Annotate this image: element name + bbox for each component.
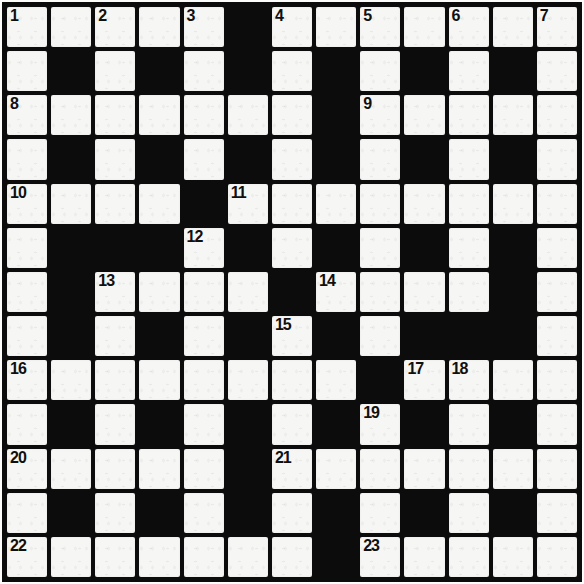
block-cell: [139, 404, 179, 444]
letter-cell[interactable]: [184, 360, 224, 400]
clue-number: 11: [231, 185, 246, 202]
letter-cell[interactable]: [272, 228, 312, 268]
letter-cell[interactable]: [272, 139, 312, 179]
block-cell: [228, 228, 268, 268]
letter-cell[interactable]: [184, 449, 224, 489]
letter-cell[interactable]: 20: [7, 449, 47, 489]
letter-cell[interactable]: [228, 537, 268, 577]
block-cell: [404, 228, 444, 268]
block-cell: [51, 493, 91, 533]
block-cell: [493, 139, 533, 179]
clue-number: 16: [10, 361, 26, 378]
letter-cell[interactable]: [51, 360, 91, 400]
letter-cell[interactable]: 18: [449, 360, 489, 400]
letter-cell[interactable]: [7, 51, 47, 91]
block-cell: [493, 316, 533, 356]
letter-cell[interactable]: [537, 272, 577, 312]
block-cell: [228, 316, 268, 356]
block-cell: [139, 316, 179, 356]
block-cell: [316, 95, 356, 135]
letter-cell[interactable]: [95, 316, 135, 356]
block-cell: [493, 51, 533, 91]
letter-cell[interactable]: [493, 537, 533, 577]
block-cell: [316, 537, 356, 577]
letter-cell[interactable]: 1: [7, 7, 47, 47]
letter-cell[interactable]: [449, 95, 489, 135]
letter-cell[interactable]: [228, 272, 268, 312]
letter-cell[interactable]: [139, 272, 179, 312]
letter-cell[interactable]: [537, 184, 577, 224]
letter-cell[interactable]: [184, 139, 224, 179]
block-cell: [316, 228, 356, 268]
block-cell: [95, 228, 135, 268]
letter-cell[interactable]: 4: [272, 7, 312, 47]
letter-cell[interactable]: [404, 7, 444, 47]
letter-cell[interactable]: [139, 449, 179, 489]
letter-cell[interactable]: [404, 184, 444, 224]
letter-cell[interactable]: [272, 51, 312, 91]
letter-cell[interactable]: [139, 7, 179, 47]
letter-cell[interactable]: 14: [316, 272, 356, 312]
block-cell: [228, 449, 268, 489]
letter-cell[interactable]: [537, 537, 577, 577]
letter-cell[interactable]: [360, 51, 400, 91]
clue-number: 19: [363, 405, 379, 422]
letter-cell[interactable]: 11: [228, 184, 268, 224]
letter-cell[interactable]: [272, 493, 312, 533]
letter-cell[interactable]: [139, 95, 179, 135]
letter-cell[interactable]: [493, 184, 533, 224]
block-cell: [316, 493, 356, 533]
letter-cell[interactable]: [7, 139, 47, 179]
block-cell: [316, 316, 356, 356]
letter-cell[interactable]: 22: [7, 537, 47, 577]
letter-cell[interactable]: 10: [7, 184, 47, 224]
letter-cell[interactable]: [139, 360, 179, 400]
letter-cell[interactable]: 19: [360, 404, 400, 444]
block-cell: [228, 139, 268, 179]
clue-number: 5: [363, 8, 371, 25]
block-cell: [139, 493, 179, 533]
letter-cell[interactable]: 23: [360, 537, 400, 577]
letter-cell[interactable]: 15: [272, 316, 312, 356]
letter-cell[interactable]: [360, 449, 400, 489]
block-cell: [404, 51, 444, 91]
clue-number: 21: [275, 450, 291, 467]
letter-cell[interactable]: [7, 404, 47, 444]
letter-cell[interactable]: [493, 360, 533, 400]
letter-cell[interactable]: [316, 449, 356, 489]
letter-cell[interactable]: [449, 228, 489, 268]
letter-cell[interactable]: [95, 139, 135, 179]
block-cell: [139, 139, 179, 179]
letter-cell[interactable]: 2: [95, 7, 135, 47]
letter-cell[interactable]: [95, 184, 135, 224]
block-cell: [404, 316, 444, 356]
letter-cell[interactable]: 12: [184, 228, 224, 268]
clue-number: 6: [452, 8, 460, 25]
clue-number: 7: [540, 8, 548, 25]
letter-cell[interactable]: [360, 272, 400, 312]
letter-cell[interactable]: [184, 272, 224, 312]
clue-number: 3: [187, 8, 195, 25]
letter-cell[interactable]: [272, 537, 312, 577]
letter-cell[interactable]: 3: [184, 7, 224, 47]
crossword-puzzle-scan: 1234567891011121314151617181920212223: [0, 0, 584, 584]
letter-cell[interactable]: [493, 449, 533, 489]
block-cell: [51, 51, 91, 91]
block-cell: [51, 316, 91, 356]
letter-cell[interactable]: [272, 184, 312, 224]
block-cell: [493, 404, 533, 444]
block-cell: [493, 228, 533, 268]
letter-cell[interactable]: [493, 7, 533, 47]
letter-cell[interactable]: 16: [7, 360, 47, 400]
letter-cell[interactable]: [316, 7, 356, 47]
letter-cell[interactable]: [537, 360, 577, 400]
clue-number: 8: [10, 96, 18, 113]
letter-cell[interactable]: [272, 95, 312, 135]
letter-cell[interactable]: [7, 272, 47, 312]
letter-cell[interactable]: [51, 449, 91, 489]
clue-number: 15: [275, 317, 291, 334]
letter-cell[interactable]: [360, 316, 400, 356]
letter-cell[interactable]: [449, 537, 489, 577]
letter-cell[interactable]: [184, 51, 224, 91]
letter-cell[interactable]: [360, 184, 400, 224]
clue-number: 20: [10, 450, 26, 467]
letter-cell[interactable]: 7: [537, 7, 577, 47]
letter-cell[interactable]: [95, 537, 135, 577]
clue-number: 12: [187, 229, 203, 246]
letter-cell[interactable]: [51, 184, 91, 224]
letter-cell[interactable]: [184, 493, 224, 533]
letter-cell[interactable]: [95, 51, 135, 91]
letter-cell[interactable]: [184, 95, 224, 135]
block-cell: [404, 139, 444, 179]
letter-cell[interactable]: [7, 493, 47, 533]
letter-cell[interactable]: [537, 228, 577, 268]
clue-number: 9: [363, 96, 371, 113]
letter-cell[interactable]: [537, 493, 577, 533]
letter-cell[interactable]: [449, 272, 489, 312]
letter-cell[interactable]: [51, 7, 91, 47]
block-cell: [51, 139, 91, 179]
letter-cell[interactable]: 9: [360, 95, 400, 135]
letter-cell[interactable]: [272, 404, 312, 444]
letter-cell[interactable]: [139, 184, 179, 224]
clue-number: 1: [10, 8, 18, 25]
letter-cell[interactable]: [493, 95, 533, 135]
block-cell: [51, 228, 91, 268]
letter-cell[interactable]: 13: [95, 272, 135, 312]
letter-cell[interactable]: [404, 272, 444, 312]
letter-cell[interactable]: [51, 95, 91, 135]
letter-cell[interactable]: [449, 404, 489, 444]
block-cell: [139, 228, 179, 268]
letter-cell[interactable]: [537, 316, 577, 356]
letter-cell[interactable]: [184, 316, 224, 356]
letter-cell[interactable]: [537, 51, 577, 91]
block-cell: [51, 272, 91, 312]
letter-cell[interactable]: [360, 228, 400, 268]
block-cell: [316, 404, 356, 444]
block-cell: [228, 493, 268, 533]
letter-cell[interactable]: [404, 537, 444, 577]
letter-cell[interactable]: [316, 360, 356, 400]
letter-cell[interactable]: [449, 51, 489, 91]
letter-cell[interactable]: 8: [7, 95, 47, 135]
letter-cell[interactable]: [7, 228, 47, 268]
clue-number: 14: [319, 273, 335, 290]
letter-cell[interactable]: [95, 404, 135, 444]
block-cell: [404, 404, 444, 444]
letter-cell[interactable]: [95, 493, 135, 533]
clue-number: 18: [452, 361, 468, 378]
block-cell: [139, 51, 179, 91]
block-cell: [228, 7, 268, 47]
clue-number: 2: [98, 8, 106, 25]
letter-cell[interactable]: [449, 449, 489, 489]
letter-cell[interactable]: [404, 95, 444, 135]
letter-cell[interactable]: [7, 316, 47, 356]
letter-cell[interactable]: [184, 537, 224, 577]
block-cell: [404, 493, 444, 533]
letter-cell[interactable]: [272, 360, 312, 400]
letter-cell[interactable]: [316, 184, 356, 224]
block-cell: [316, 51, 356, 91]
letter-cell[interactable]: [404, 449, 444, 489]
block-cell: [272, 272, 312, 312]
block-cell: [449, 316, 489, 356]
letter-cell[interactable]: [449, 184, 489, 224]
crossword-grid: 1234567891011121314151617181920212223: [2, 2, 582, 582]
block-cell: [493, 272, 533, 312]
letter-cell[interactable]: [449, 139, 489, 179]
clue-number: 17: [407, 361, 423, 378]
block-cell: [228, 404, 268, 444]
letter-cell[interactable]: [449, 493, 489, 533]
clue-number: 23: [363, 538, 379, 555]
block-cell: [228, 51, 268, 91]
letter-cell[interactable]: 21: [272, 449, 312, 489]
letter-cell[interactable]: [537, 139, 577, 179]
letter-cell[interactable]: 5: [360, 7, 400, 47]
letter-cell[interactable]: [360, 139, 400, 179]
letter-cell[interactable]: [537, 404, 577, 444]
block-cell: [316, 139, 356, 179]
clue-number: 13: [98, 273, 114, 290]
letter-cell[interactable]: [95, 360, 135, 400]
block-cell: [360, 360, 400, 400]
block-cell: [493, 493, 533, 533]
letter-cell[interactable]: [95, 449, 135, 489]
letter-cell[interactable]: [228, 360, 268, 400]
clue-number: 4: [275, 8, 283, 25]
block-cell: [184, 184, 224, 224]
letter-cell[interactable]: 6: [449, 7, 489, 47]
clue-number: 10: [10, 185, 26, 202]
letter-cell[interactable]: [51, 537, 91, 577]
letter-cell[interactable]: [184, 404, 224, 444]
letter-cell[interactable]: [139, 537, 179, 577]
block-cell: [51, 404, 91, 444]
letter-cell[interactable]: [537, 449, 577, 489]
letter-cell[interactable]: [95, 95, 135, 135]
letter-cell[interactable]: [360, 493, 400, 533]
letter-cell[interactable]: [228, 95, 268, 135]
clue-number: 22: [10, 538, 26, 555]
letter-cell[interactable]: [537, 95, 577, 135]
letter-cell[interactable]: 17: [404, 360, 444, 400]
